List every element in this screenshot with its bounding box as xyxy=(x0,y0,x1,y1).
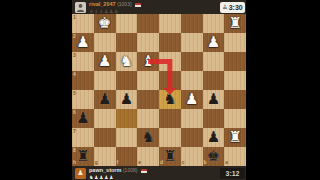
square-b5[interactable]: ♟ xyxy=(203,90,225,109)
white-bishop: ♝ xyxy=(141,52,154,71)
square-f3[interactable]: ♞ xyxy=(116,52,138,71)
pawn-avatar-icon: ♟ xyxy=(77,169,83,177)
square-d7[interactable] xyxy=(159,128,181,147)
square-c7[interactable] xyxy=(181,128,203,147)
black-pawn: ♟ xyxy=(207,90,220,109)
white-pawn: ♟ xyxy=(76,33,89,52)
square-e2[interactable] xyxy=(137,33,159,52)
black-pawn: ♟ xyxy=(207,128,220,147)
square-b3[interactable] xyxy=(203,52,225,71)
square-h5[interactable]: 5 xyxy=(72,90,94,109)
square-g7[interactable] xyxy=(94,128,116,147)
square-d3[interactable] xyxy=(159,52,181,71)
black-pawn: ♟ xyxy=(98,90,111,109)
top-player-bar: rival_2047 (1003) ♛♝♝♟♟♟ ♙ 3:30 xyxy=(72,0,246,14)
square-h2[interactable]: 2♟ xyxy=(72,33,94,52)
square-d6[interactable] xyxy=(159,109,181,128)
top-player-rating: (1003) xyxy=(117,1,131,7)
person-icon xyxy=(76,3,85,12)
white-king: ♚ xyxy=(98,14,111,33)
black-rook: ♜ xyxy=(163,147,176,166)
square-e1[interactable] xyxy=(137,14,159,33)
square-f8[interactable]: f xyxy=(116,147,138,166)
bottom-player-nameline: pawn_storm (1008) xyxy=(89,167,147,173)
square-b2[interactable]: ♟ xyxy=(203,33,225,52)
square-f5[interactable]: ♟ xyxy=(116,90,138,109)
white-pawn: ♟ xyxy=(185,90,198,109)
file-label-d: d xyxy=(160,160,163,165)
square-d1[interactable] xyxy=(159,14,181,33)
bottom-player-avatar[interactable]: ♟ xyxy=(75,168,86,179)
square-h6[interactable]: 6♟ xyxy=(72,109,94,128)
white-pawn: ♟ xyxy=(98,52,111,71)
square-h4[interactable]: 4 xyxy=(72,71,94,90)
square-c5[interactable]: ♟ xyxy=(181,90,203,109)
top-player-flag-icon xyxy=(135,3,141,7)
square-g3[interactable]: ♟ xyxy=(94,52,116,71)
square-h7[interactable]: 7 xyxy=(72,128,94,147)
top-player-clock: ♙ 3:30 xyxy=(220,2,245,13)
square-d4[interactable] xyxy=(159,71,181,90)
white-pawn: ♟ xyxy=(207,33,220,52)
black-rook: ♜ xyxy=(76,147,89,166)
square-e7[interactable]: ♞ xyxy=(137,128,159,147)
square-a5[interactable] xyxy=(224,90,246,109)
square-b8[interactable]: b♚ xyxy=(203,147,225,166)
black-pawn: ♟ xyxy=(120,90,133,109)
file-label-e: e xyxy=(138,160,141,165)
rank-label-3: 3 xyxy=(73,53,76,58)
file-label-h: h xyxy=(73,160,76,165)
black-knight: ♞ xyxy=(141,128,154,147)
white-rook: ♜ xyxy=(228,14,241,33)
square-c4[interactable] xyxy=(181,71,203,90)
square-h8[interactable]: 8h♜ xyxy=(72,147,94,166)
top-player-name: rival_2047 xyxy=(89,1,116,7)
square-c1[interactable] xyxy=(181,14,203,33)
top-player-captured-pieces: ♛♝♝♟♟♟ xyxy=(89,8,119,14)
square-e8[interactable]: e xyxy=(137,147,159,166)
rank-label-1: 1 xyxy=(73,15,76,20)
bottom-player-name: pawn_storm xyxy=(89,167,121,173)
rank-label-7: 7 xyxy=(73,129,76,134)
square-b4[interactable] xyxy=(203,71,225,90)
top-clock-time: 3:30 xyxy=(229,4,243,11)
file-label-g: g xyxy=(95,160,98,165)
square-f1[interactable] xyxy=(116,14,138,33)
rank-label-4: 4 xyxy=(73,72,76,77)
square-c6[interactable] xyxy=(181,109,203,128)
square-c8[interactable]: c xyxy=(181,147,203,166)
square-a6[interactable] xyxy=(224,109,246,128)
square-a4[interactable] xyxy=(224,71,246,90)
square-a1[interactable]: ♜ xyxy=(224,14,246,33)
square-a3[interactable] xyxy=(224,52,246,71)
file-label-b: b xyxy=(204,160,207,165)
square-f7[interactable] xyxy=(116,128,138,147)
square-a8[interactable]: a xyxy=(224,147,246,166)
chess-board: 1♚♜2♟♟3♟♞♝45♟♟♞♟♟6♟7♞♟♜8h♜gfed♜cb♚a xyxy=(72,14,246,166)
square-c3[interactable] xyxy=(181,52,203,71)
square-f6[interactable] xyxy=(116,109,138,128)
square-g2[interactable] xyxy=(94,33,116,52)
square-g8[interactable]: g xyxy=(94,147,116,166)
file-label-a: a xyxy=(225,160,228,165)
square-b7[interactable]: ♟ xyxy=(203,128,225,147)
top-player-nameline: rival_2047 (1003) xyxy=(89,1,141,7)
top-player-avatar[interactable] xyxy=(75,2,86,13)
square-d2[interactable] xyxy=(159,33,181,52)
rank-label-2: 2 xyxy=(73,34,76,39)
rank-label-6: 6 xyxy=(73,110,76,115)
black-king: ♚ xyxy=(207,147,220,166)
square-f2[interactable] xyxy=(116,33,138,52)
square-g6[interactable] xyxy=(94,109,116,128)
bottom-player-flag-icon xyxy=(141,169,147,173)
white-rook: ♜ xyxy=(228,128,241,147)
square-g5[interactable]: ♟ xyxy=(94,90,116,109)
bottom-clock-time: 3:12 xyxy=(225,170,239,177)
square-h3[interactable]: 3 xyxy=(72,52,94,71)
black-pawn: ♟ xyxy=(76,109,89,128)
bottom-player-captured-pieces: ♞♟♟♟♟ xyxy=(89,174,114,180)
square-f4[interactable] xyxy=(116,71,138,90)
square-e4[interactable] xyxy=(137,71,159,90)
white-knight: ♞ xyxy=(120,52,133,71)
rank-label-5: 5 xyxy=(73,91,76,96)
video-frame: { "game": "chess", "app": "mobile chess … xyxy=(0,0,320,180)
bottom-player-clock: 3:12 xyxy=(220,168,245,179)
file-label-f: f xyxy=(117,160,119,165)
square-e6[interactable] xyxy=(137,109,159,128)
square-b1[interactable] xyxy=(203,14,225,33)
square-d8[interactable]: d♜ xyxy=(159,147,181,166)
white-pawn-icon: ♙ xyxy=(222,4,227,10)
black-knight: ♞ xyxy=(163,90,176,109)
square-e3[interactable]: ♝ xyxy=(137,52,159,71)
square-h1[interactable]: 1 xyxy=(72,14,94,33)
square-a7[interactable]: ♜ xyxy=(224,128,246,147)
square-a2[interactable] xyxy=(224,33,246,52)
square-g1[interactable]: ♚ xyxy=(94,14,116,33)
square-e5[interactable] xyxy=(137,90,159,109)
app-screen: rival_2047 (1003) ♛♝♝♟♟♟ ♙ 3:30 1♚♜2♟♟3♟… xyxy=(72,0,246,180)
square-b6[interactable] xyxy=(203,109,225,128)
bottom-player-bar: ♟ pawn_storm (1008) ♞♟♟♟♟ 3:12 xyxy=(72,166,246,180)
square-d5[interactable]: ♞ xyxy=(159,90,181,109)
bottom-player-rating: (1008) xyxy=(123,167,137,173)
file-label-c: c xyxy=(182,160,185,165)
rank-label-8: 8 xyxy=(73,148,76,153)
square-c2[interactable] xyxy=(181,33,203,52)
square-g4[interactable] xyxy=(94,71,116,90)
